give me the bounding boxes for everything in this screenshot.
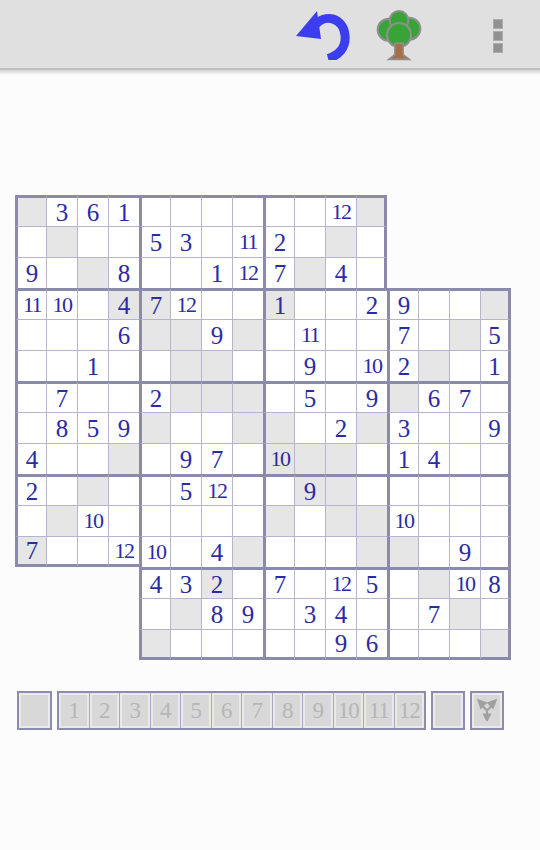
board-cell-r11c1[interactable]	[15, 505, 46, 536]
board-cell-r4c11[interactable]	[325, 288, 356, 319]
board-cell-r6c15[interactable]	[449, 350, 480, 381]
board-cell-r9c16[interactable]	[480, 443, 511, 474]
board-cell-r14c16[interactable]	[480, 598, 511, 629]
digit-button-3[interactable]: 3	[120, 693, 151, 728]
board-cell-r11c3[interactable]: 10	[77, 505, 108, 536]
board-cell-r14c12[interactable]	[356, 598, 387, 629]
digit-button-4[interactable]: 4	[151, 693, 182, 728]
board-gap	[418, 195, 449, 226]
board-cell-r2c1[interactable]	[15, 226, 46, 257]
board-cell-r1c6[interactable]	[170, 195, 201, 226]
board-cell-r5c16[interactable]: 5	[480, 319, 511, 350]
cell-value: 6	[87, 200, 100, 225]
board-cell-r5c4[interactable]: 6	[108, 319, 139, 350]
board-gap	[46, 629, 77, 660]
board-cell-r8c12[interactable]	[356, 412, 387, 443]
board-cell-r12c6[interactable]	[170, 536, 201, 567]
board-cell-r4c16[interactable]	[480, 288, 511, 319]
tree-icon	[375, 50, 423, 65]
board-cell-r3c12[interactable]	[356, 257, 387, 288]
board-cell-r15c16[interactable]	[480, 629, 511, 660]
board-cell-r1c5[interactable]	[139, 195, 170, 226]
board-cell-r8c1[interactable]	[15, 412, 46, 443]
board-cell-r6c6[interactable]	[170, 350, 201, 381]
board-cell-r12c8[interactable]	[232, 536, 263, 567]
board-cell-r14c8[interactable]: 9	[232, 598, 263, 629]
board-cell-r10c4[interactable]	[108, 474, 139, 505]
board-cell-r10c13[interactable]	[387, 474, 418, 505]
pencil-marks-button[interactable]	[470, 691, 504, 730]
cell-value: 12	[332, 201, 351, 223]
board-cell-r9c15[interactable]	[449, 443, 480, 474]
board-cell-r7c3[interactable]	[77, 381, 108, 412]
board-cell-r3c3[interactable]	[77, 257, 108, 288]
top-toolbar	[0, 0, 540, 70]
input-toolbar: 123456789101112	[0, 691, 540, 731]
board-cell-r13c13[interactable]	[387, 567, 418, 598]
board-cell-r14c11[interactable]: 4	[325, 598, 356, 629]
board-cell-r8c6[interactable]	[170, 412, 201, 443]
board-cell-r4c4[interactable]: 4	[108, 288, 139, 319]
board-cell-r5c8[interactable]	[232, 319, 263, 350]
board-cell-r11c12[interactable]	[356, 505, 387, 536]
cell-value: 8	[488, 572, 501, 597]
sudoku-board: 3611253112981127411104712129691175191021…	[15, 195, 511, 660]
board-cell-r12c12[interactable]	[356, 536, 387, 567]
board-cell-r9c4[interactable]	[108, 443, 139, 474]
board-cell-r9c1[interactable]: 4	[15, 443, 46, 474]
cell-value: 7	[211, 447, 224, 472]
board-cell-r11c5[interactable]	[139, 505, 170, 536]
board-cell-r9c5[interactable]	[139, 443, 170, 474]
digit-button-5[interactable]: 5	[181, 693, 212, 728]
board-cell-r2c11[interactable]	[325, 226, 356, 257]
board-cell-r7c8[interactable]	[232, 381, 263, 412]
board-gap	[387, 257, 418, 288]
board-cell-r11c10[interactable]	[294, 505, 325, 536]
board-cell-r7c4[interactable]	[108, 381, 139, 412]
board-cell-r6c10[interactable]: 9	[294, 350, 325, 381]
board-cell-r3c7[interactable]: 1	[201, 257, 232, 288]
board-cell-r11c6[interactable]	[170, 505, 201, 536]
cell-value: 4	[150, 572, 163, 597]
undo-button[interactable]	[292, 10, 354, 60]
cell-value: 7	[428, 602, 441, 627]
board-cell-r2c3[interactable]	[77, 226, 108, 257]
board-cell-r11c4[interactable]	[108, 505, 139, 536]
digit-button-12[interactable]: 12	[395, 693, 425, 728]
digit-button-10[interactable]: 10	[334, 693, 365, 728]
cell-value: 10	[84, 510, 103, 532]
board-cell-r1c8[interactable]	[232, 195, 263, 226]
board-cell-r10c10[interactable]: 9	[294, 474, 325, 505]
cell-value: 6	[118, 323, 131, 348]
cell-value: 1	[211, 261, 224, 286]
board-cell-r9c11[interactable]	[325, 443, 356, 474]
cell-value: 10	[271, 448, 290, 470]
cell-value: 9	[366, 386, 379, 411]
board-cell-r8c9[interactable]	[263, 412, 294, 443]
board-cell-r7c13[interactable]	[387, 381, 418, 412]
board-cell-r14c5[interactable]	[139, 598, 170, 629]
cell-value: 4	[335, 602, 348, 627]
board-cell-r1c12[interactable]	[356, 195, 387, 226]
cell-value: 6	[428, 386, 441, 411]
board-cell-r13c9[interactable]: 7	[263, 567, 294, 598]
cell-value: 3	[304, 602, 317, 627]
board-cell-r4c6[interactable]: 12	[170, 288, 201, 319]
board-cell-r13c6[interactable]: 3	[170, 567, 201, 598]
board-cell-r12c3[interactable]	[77, 536, 108, 567]
cell-value: 5	[150, 230, 163, 255]
cell-value: 10	[147, 541, 166, 563]
digit-button-2[interactable]: 2	[90, 693, 121, 728]
board-cell-r4c13[interactable]: 9	[387, 288, 418, 319]
board-cell-r7c1[interactable]	[15, 381, 46, 412]
board-cell-r5c1[interactable]	[15, 319, 46, 350]
board-cell-r5c15[interactable]	[449, 319, 480, 350]
board-cell-r10c14[interactable]	[418, 474, 449, 505]
board-cell-r2c9[interactable]: 2	[263, 226, 294, 257]
board-cell-r12c14[interactable]	[418, 536, 449, 567]
board-gap	[418, 226, 449, 257]
board-cell-r3c9[interactable]: 7	[263, 257, 294, 288]
board-cell-r15c8[interactable]	[232, 629, 263, 660]
cell-value: 1	[274, 293, 287, 318]
board-cell-r10c12[interactable]	[356, 474, 387, 505]
cell-value: 4	[428, 447, 441, 472]
board-cell-r7c9[interactable]	[263, 381, 294, 412]
board-cell-r9c10[interactable]	[294, 443, 325, 474]
board-cell-r11c11[interactable]	[325, 505, 356, 536]
board-cell-r13c5[interactable]: 4	[139, 567, 170, 598]
board-gap	[449, 195, 480, 226]
digit-pad: 123456789101112	[57, 691, 426, 730]
board-cell-r8c15[interactable]	[449, 412, 480, 443]
digit-button-9[interactable]: 9	[303, 693, 334, 728]
board-cell-r10c3[interactable]	[77, 474, 108, 505]
board-cell-r13c10[interactable]	[294, 567, 325, 598]
board-cell-r13c11[interactable]: 12	[325, 567, 356, 598]
cell-value: 11	[301, 324, 319, 346]
cell-value: 2	[398, 354, 411, 379]
board-cell-r8c5[interactable]	[139, 412, 170, 443]
digit-button-11[interactable]: 11	[364, 693, 395, 728]
board-cell-r1c7[interactable]	[201, 195, 232, 226]
board-cell-r7c6[interactable]	[170, 381, 201, 412]
board-cell-r3c4[interactable]: 8	[108, 257, 139, 288]
cell-value: 8	[211, 602, 224, 627]
board-cell-r8c8[interactable]	[232, 412, 263, 443]
board-cell-r6c9[interactable]	[263, 350, 294, 381]
cell-value: 9	[26, 261, 39, 286]
board-cell-r11c9[interactable]	[263, 505, 294, 536]
cell-value: 7	[398, 323, 411, 348]
board-cell-r6c2[interactable]	[46, 350, 77, 381]
board-cell-r9c13[interactable]: 1	[387, 443, 418, 474]
board-cell-r2c12[interactable]	[356, 226, 387, 257]
board-cell-r7c15[interactable]: 7	[449, 381, 480, 412]
cell-value: 2	[274, 230, 287, 255]
board-cell-r14c9[interactable]	[263, 598, 294, 629]
board-cell-r6c5[interactable]	[139, 350, 170, 381]
cell-value: 9	[459, 540, 472, 565]
board-cell-r1c3[interactable]: 6	[77, 195, 108, 226]
board-cell-r12c2[interactable]	[46, 536, 77, 567]
board-cell-r9c6[interactable]: 9	[170, 443, 201, 474]
board-cell-r12c4[interactable]: 12	[108, 536, 139, 567]
board-cell-r11c15[interactable]	[449, 505, 480, 536]
board-cell-r13c14[interactable]	[418, 567, 449, 598]
cell-value: 3	[56, 200, 69, 225]
board-cell-r4c12[interactable]: 2	[356, 288, 387, 319]
board-cell-r6c4[interactable]	[108, 350, 139, 381]
board-cell-r9c3[interactable]	[77, 443, 108, 474]
board-cell-r2c4[interactable]	[108, 226, 139, 257]
board-cell-r7c10[interactable]: 5	[294, 381, 325, 412]
board-cell-r2c7[interactable]	[201, 226, 232, 257]
board-cell-r15c13[interactable]	[387, 629, 418, 660]
overflow-menu-button[interactable]	[484, 14, 512, 58]
board-cell-r9c9[interactable]: 10	[263, 443, 294, 474]
board-cell-r9c2[interactable]	[46, 443, 77, 474]
board-cell-r5c11[interactable]	[325, 319, 356, 350]
board-cell-r4c15[interactable]	[449, 288, 480, 319]
board-cell-r13c12[interactable]: 5	[356, 567, 387, 598]
cell-value: 2	[150, 386, 163, 411]
cell-value: 10	[363, 355, 382, 377]
extra-button[interactable]	[431, 691, 465, 730]
board-cell-r6c3[interactable]: 1	[77, 350, 108, 381]
board-cell-r12c10[interactable]	[294, 536, 325, 567]
board-cell-r15c7[interactable]	[201, 629, 232, 660]
menu-dot-icon	[494, 32, 502, 40]
digit-button-6[interactable]: 6	[212, 693, 243, 728]
menu-dot-icon	[494, 44, 502, 52]
board-cell-r1c4[interactable]: 1	[108, 195, 139, 226]
board-cell-r7c16[interactable]	[480, 381, 511, 412]
board-cell-r14c15[interactable]	[449, 598, 480, 629]
board-cell-r11c7[interactable]	[201, 505, 232, 536]
board-cell-r1c9[interactable]	[263, 195, 294, 226]
board-cell-r5c3[interactable]	[77, 319, 108, 350]
board-cell-r12c5[interactable]: 10	[139, 536, 170, 567]
board-cell-r15c9[interactable]	[263, 629, 294, 660]
board-cell-r8c10[interactable]	[294, 412, 325, 443]
board-cell-r5c13[interactable]: 7	[387, 319, 418, 350]
digit-button-1[interactable]: 1	[59, 693, 90, 728]
board-cell-r14c10[interactable]: 3	[294, 598, 325, 629]
board-cell-r10c2[interactable]	[46, 474, 77, 505]
board-cell-r8c3[interactable]: 5	[77, 412, 108, 443]
board-cell-r13c7[interactable]: 2	[201, 567, 232, 598]
board-cell-r3c6[interactable]	[170, 257, 201, 288]
board-cell-r10c9[interactable]	[263, 474, 294, 505]
cell-value: 10	[395, 510, 414, 532]
board-cell-r10c16[interactable]	[480, 474, 511, 505]
cell-value: 4	[26, 447, 39, 472]
cell-value: 2	[335, 416, 348, 441]
cell-value: 5	[366, 572, 379, 597]
board-cell-r1c10[interactable]	[294, 195, 325, 226]
board-cell-r12c13[interactable]	[387, 536, 418, 567]
board-cell-r5c6[interactable]	[170, 319, 201, 350]
board-cell-r14c14[interactable]: 7	[418, 598, 449, 629]
board-cell-r3c2[interactable]	[46, 257, 77, 288]
board-cell-r4c9[interactable]: 1	[263, 288, 294, 319]
cell-value: 3	[180, 230, 193, 255]
board-cell-r1c11[interactable]: 12	[325, 195, 356, 226]
board-cell-r6c12[interactable]: 10	[356, 350, 387, 381]
board-gap	[108, 598, 139, 629]
board-cell-r8c13[interactable]: 3	[387, 412, 418, 443]
tree-button[interactable]	[375, 10, 423, 62]
board-cell-r7c7[interactable]	[201, 381, 232, 412]
board-cell-r9c14[interactable]: 4	[418, 443, 449, 474]
board-cell-r14c6[interactable]	[170, 598, 201, 629]
cell-value: 12	[115, 540, 134, 562]
board-cell-r1c1[interactable]	[15, 195, 46, 226]
board-cell-r14c13[interactable]	[387, 598, 418, 629]
board-gap	[77, 567, 108, 598]
board-cell-r11c8[interactable]	[232, 505, 263, 536]
board-cell-r4c7[interactable]	[201, 288, 232, 319]
board-cell-r7c12[interactable]: 9	[356, 381, 387, 412]
board-cell-r10c1[interactable]: 2	[15, 474, 46, 505]
board-cell-r7c14[interactable]: 6	[418, 381, 449, 412]
board-cell-r15c5[interactable]	[139, 629, 170, 660]
board-cell-r5c10[interactable]: 11	[294, 319, 325, 350]
board-cell-r3c11[interactable]: 4	[325, 257, 356, 288]
board-cell-r8c16[interactable]: 9	[480, 412, 511, 443]
board-cell-r13c8[interactable]	[232, 567, 263, 598]
board-cell-r13c15[interactable]: 10	[449, 567, 480, 598]
digit-button-8[interactable]: 8	[273, 693, 304, 728]
cell-value: 9	[304, 479, 317, 504]
cell-value: 9	[398, 293, 411, 318]
board-cell-r12c16[interactable]	[480, 536, 511, 567]
digit-button-7[interactable]: 7	[242, 693, 273, 728]
cell-value: 1	[488, 354, 501, 379]
board-cell-r10c7[interactable]: 12	[201, 474, 232, 505]
board-cell-r2c5[interactable]: 5	[139, 226, 170, 257]
board-cell-r2c2[interactable]	[46, 226, 77, 257]
board-gap	[46, 567, 77, 598]
cell-value: 7	[26, 538, 39, 563]
board-cell-r6c11[interactable]	[325, 350, 356, 381]
board-cell-r15c10[interactable]	[294, 629, 325, 660]
board-cell-r6c16[interactable]: 1	[480, 350, 511, 381]
board-gap	[15, 629, 46, 660]
board-cell-r6c13[interactable]: 2	[387, 350, 418, 381]
board-cell-r7c2[interactable]: 7	[46, 381, 77, 412]
cell-value: 2	[26, 479, 39, 504]
board-cell-r8c7[interactable]	[201, 412, 232, 443]
clear-cell-button[interactable]	[17, 691, 52, 730]
cell-value: 3	[398, 416, 411, 441]
board-cell-r11c13[interactable]: 10	[387, 505, 418, 536]
cell-value: 2	[366, 293, 379, 318]
board-cell-r5c9[interactable]	[263, 319, 294, 350]
cell-value: 8	[118, 261, 131, 286]
board-cell-r1c2[interactable]: 3	[46, 195, 77, 226]
board-cell-r11c2[interactable]	[46, 505, 77, 536]
board-cell-r15c11[interactable]: 9	[325, 629, 356, 660]
board-cell-r4c14[interactable]	[418, 288, 449, 319]
board-cell-r10c15[interactable]	[449, 474, 480, 505]
board-cell-r11c14[interactable]	[418, 505, 449, 536]
board-cell-r15c15[interactable]	[449, 629, 480, 660]
board-cell-r5c12[interactable]	[356, 319, 387, 350]
board-cell-r12c7[interactable]: 4	[201, 536, 232, 567]
cell-value: 12	[239, 262, 258, 284]
board-cell-r7c5[interactable]: 2	[139, 381, 170, 412]
board-cell-r5c5[interactable]	[139, 319, 170, 350]
board-cell-r3c5[interactable]	[139, 257, 170, 288]
board-cell-r8c11[interactable]: 2	[325, 412, 356, 443]
board-cell-r14c7[interactable]: 8	[201, 598, 232, 629]
board-cell-r12c1[interactable]: 7	[15, 536, 46, 567]
board-cell-r7c11[interactable]	[325, 381, 356, 412]
board-cell-r12c15[interactable]: 9	[449, 536, 480, 567]
board-cell-r5c2[interactable]	[46, 319, 77, 350]
board-cell-r2c8[interactable]: 11	[232, 226, 263, 257]
board-cell-r15c6[interactable]	[170, 629, 201, 660]
board-cell-r15c12[interactable]: 6	[356, 629, 387, 660]
board-cell-r6c14[interactable]	[418, 350, 449, 381]
board-cell-r5c7[interactable]: 9	[201, 319, 232, 350]
board-cell-r10c5[interactable]	[139, 474, 170, 505]
board-cell-r4c10[interactable]	[294, 288, 325, 319]
board-gap	[108, 629, 139, 660]
board-cell-r15c14[interactable]	[418, 629, 449, 660]
board-cell-r10c8[interactable]	[232, 474, 263, 505]
board-cell-r10c11[interactable]	[325, 474, 356, 505]
board-cell-r4c2[interactable]: 10	[46, 288, 77, 319]
board-cell-r12c11[interactable]	[325, 536, 356, 567]
board-cell-r8c4[interactable]: 9	[108, 412, 139, 443]
board-cell-r10c6[interactable]: 5	[170, 474, 201, 505]
board-cell-r6c1[interactable]	[15, 350, 46, 381]
board-cell-r3c1[interactable]: 9	[15, 257, 46, 288]
board-cell-r6c7[interactable]	[201, 350, 232, 381]
board-cell-r3c10[interactable]	[294, 257, 325, 288]
board-cell-r9c12[interactable]	[356, 443, 387, 474]
board-cell-r8c2[interactable]: 8	[46, 412, 77, 443]
board-cell-r4c8[interactable]	[232, 288, 263, 319]
board-cell-r8c14[interactable]	[418, 412, 449, 443]
board-cell-r9c8[interactable]	[232, 443, 263, 474]
board-cell-r12c9[interactable]	[263, 536, 294, 567]
board-cell-r13c16[interactable]: 8	[480, 567, 511, 598]
board-cell-r2c6[interactable]: 3	[170, 226, 201, 257]
board-cell-r9c7[interactable]: 7	[201, 443, 232, 474]
board-cell-r11c16[interactable]	[480, 505, 511, 536]
board-cell-r4c1[interactable]: 11	[15, 288, 46, 319]
board-cell-r4c3[interactable]	[77, 288, 108, 319]
board-cell-r5c14[interactable]	[418, 319, 449, 350]
board-cell-r3c8[interactable]: 12	[232, 257, 263, 288]
cell-value: 7	[150, 293, 163, 318]
cell-value: 9	[488, 416, 501, 441]
cell-value: 4	[335, 261, 348, 286]
board-cell-r6c8[interactable]	[232, 350, 263, 381]
board-cell-r2c10[interactable]	[294, 226, 325, 257]
board-gap	[418, 257, 449, 288]
cell-value: 9	[304, 354, 317, 379]
board-cell-r4c5[interactable]: 7	[139, 288, 170, 319]
board-gap	[108, 567, 139, 598]
